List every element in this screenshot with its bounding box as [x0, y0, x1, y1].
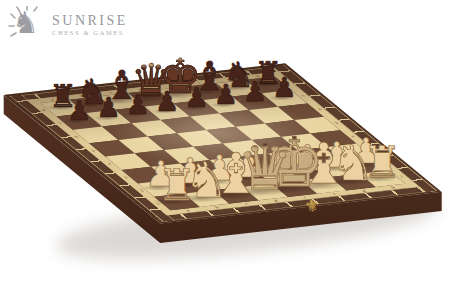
- chess-set-scene: aabbccddeeffgghh8877665544332211 ♜♞♝♛♚♝♞…: [0, 0, 450, 300]
- knight-horse-with-sun-rays-icon: ♞: [8, 6, 48, 44]
- brand-name: SUNRISE: [52, 14, 128, 28]
- knight-glyph-icon: ♞: [12, 8, 39, 38]
- brand-tagline: CHESS & GAMES: [52, 30, 128, 37]
- brand-logo: ♞ SUNRISE CHESS & GAMES: [8, 6, 128, 44]
- brass-clasp-icon: ⚜: [303, 197, 320, 216]
- product-photo-chess-set: ♞ SUNRISE CHESS & GAMES aabbccddeeffgghh…: [0, 0, 450, 300]
